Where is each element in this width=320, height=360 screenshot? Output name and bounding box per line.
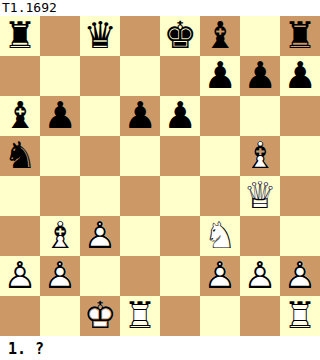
piece-white-pawn-fill: ♟ [280, 256, 320, 296]
move-prompt: 1. ? [0, 336, 320, 360]
piece-black-rook: ♜ [280, 16, 320, 56]
square-g3[interactable] [240, 216, 280, 256]
piece-white-knight-fill: ♞ [200, 216, 240, 256]
square-a8[interactable]: ♜ [0, 16, 40, 56]
square-d3[interactable] [120, 216, 160, 256]
square-h7[interactable]: ♟ [280, 56, 320, 96]
piece-white-pawn-fill: ♟ [200, 256, 240, 296]
piece-white-pawn-fill: ♟ [0, 256, 40, 296]
piece-black-rook: ♜ [0, 16, 40, 56]
square-d1[interactable]: ♜♖ [120, 296, 160, 336]
square-h6[interactable] [280, 96, 320, 136]
piece-white-pawn-fill: ♟ [40, 256, 80, 296]
square-h3[interactable] [280, 216, 320, 256]
square-c1[interactable]: ♚♔ [80, 296, 120, 336]
square-c6[interactable] [80, 96, 120, 136]
piece-black-bishop: ♝ [0, 96, 40, 136]
square-e7[interactable] [160, 56, 200, 96]
piece-white-rook-fill: ♜ [280, 296, 320, 336]
square-f7[interactable]: ♟ [200, 56, 240, 96]
square-d7[interactable] [120, 56, 160, 96]
square-f3[interactable]: ♞♘ [200, 216, 240, 256]
chess-app-window: T1.1692 ♜♛♚♝♜♟♟♟♝♟♟♟♞♝♗♛♕♝♗♟♙♞♘♟♙♟♙♟♙♟♙♟… [0, 0, 320, 360]
piece-white-rook: ♖ [120, 296, 160, 336]
piece-black-pawn: ♟ [200, 56, 240, 96]
square-a5[interactable]: ♞ [0, 136, 40, 176]
square-f6[interactable] [200, 96, 240, 136]
square-h5[interactable] [280, 136, 320, 176]
square-f5[interactable] [200, 136, 240, 176]
square-e8[interactable]: ♚ [160, 16, 200, 56]
square-b3[interactable]: ♝♗ [40, 216, 80, 256]
square-b6[interactable]: ♟ [40, 96, 80, 136]
square-f2[interactable]: ♟♙ [200, 256, 240, 296]
piece-white-bishop: ♗ [240, 136, 280, 176]
square-b4[interactable] [40, 176, 80, 216]
square-g6[interactable] [240, 96, 280, 136]
square-g2[interactable]: ♟♙ [240, 256, 280, 296]
square-b7[interactable] [40, 56, 80, 96]
square-e2[interactable] [160, 256, 200, 296]
piece-black-pawn: ♟ [280, 56, 320, 96]
square-e5[interactable] [160, 136, 200, 176]
piece-black-queen: ♛ [80, 16, 120, 56]
square-a6[interactable]: ♝ [0, 96, 40, 136]
piece-white-pawn: ♙ [40, 256, 80, 296]
square-g4[interactable]: ♛♕ [240, 176, 280, 216]
puzzle-title: T1.1692 [0, 0, 320, 16]
square-g1[interactable] [240, 296, 280, 336]
piece-white-king: ♔ [80, 296, 120, 336]
piece-white-pawn: ♙ [80, 216, 120, 256]
piece-black-pawn: ♟ [160, 96, 200, 136]
square-d2[interactable] [120, 256, 160, 296]
square-a4[interactable] [0, 176, 40, 216]
square-c5[interactable] [80, 136, 120, 176]
square-g7[interactable]: ♟ [240, 56, 280, 96]
piece-white-bishop: ♗ [40, 216, 80, 256]
square-h2[interactable]: ♟♙ [280, 256, 320, 296]
square-e4[interactable] [160, 176, 200, 216]
square-d5[interactable] [120, 136, 160, 176]
square-h8[interactable]: ♜ [280, 16, 320, 56]
piece-black-pawn: ♟ [120, 96, 160, 136]
piece-white-pawn-fill: ♟ [80, 216, 120, 256]
piece-white-rook: ♖ [280, 296, 320, 336]
piece-white-queen: ♕ [240, 176, 280, 216]
piece-black-knight: ♞ [0, 136, 40, 176]
square-c2[interactable] [80, 256, 120, 296]
square-b5[interactable] [40, 136, 80, 176]
piece-black-pawn: ♟ [240, 56, 280, 96]
square-a3[interactable] [0, 216, 40, 256]
square-c3[interactable]: ♟♙ [80, 216, 120, 256]
square-f4[interactable] [200, 176, 240, 216]
square-d4[interactable] [120, 176, 160, 216]
piece-white-rook-fill: ♜ [120, 296, 160, 336]
square-a7[interactable] [0, 56, 40, 96]
square-g5[interactable]: ♝♗ [240, 136, 280, 176]
piece-white-pawn: ♙ [280, 256, 320, 296]
square-a2[interactable]: ♟♙ [0, 256, 40, 296]
square-e3[interactable] [160, 216, 200, 256]
piece-white-knight: ♘ [200, 216, 240, 256]
square-c8[interactable]: ♛ [80, 16, 120, 56]
square-b1[interactable] [40, 296, 80, 336]
piece-white-bishop-fill: ♝ [40, 216, 80, 256]
square-b2[interactable]: ♟♙ [40, 256, 80, 296]
square-h1[interactable]: ♜♖ [280, 296, 320, 336]
chess-board: ♜♛♚♝♜♟♟♟♝♟♟♟♞♝♗♛♕♝♗♟♙♞♘♟♙♟♙♟♙♟♙♟♙♚♔♜♖♜♖ [0, 16, 320, 336]
piece-black-bishop: ♝ [200, 16, 240, 56]
piece-white-bishop-fill: ♝ [240, 136, 280, 176]
square-f1[interactable] [200, 296, 240, 336]
square-c7[interactable] [80, 56, 120, 96]
piece-white-king-fill: ♚ [80, 296, 120, 336]
square-d6[interactable]: ♟ [120, 96, 160, 136]
square-b8[interactable] [40, 16, 80, 56]
piece-white-pawn-fill: ♟ [240, 256, 280, 296]
piece-black-pawn: ♟ [40, 96, 80, 136]
square-f8[interactable]: ♝ [200, 16, 240, 56]
square-e6[interactable]: ♟ [160, 96, 200, 136]
square-a1[interactable] [0, 296, 40, 336]
square-h4[interactable] [280, 176, 320, 216]
square-g8[interactable] [240, 16, 280, 56]
piece-black-king: ♚ [160, 16, 200, 56]
square-c4[interactable] [80, 176, 120, 216]
square-d8[interactable] [120, 16, 160, 56]
piece-white-pawn: ♙ [240, 256, 280, 296]
square-e1[interactable] [160, 296, 200, 336]
piece-white-queen-fill: ♛ [240, 176, 280, 216]
piece-white-pawn: ♙ [0, 256, 40, 296]
piece-white-pawn: ♙ [200, 256, 240, 296]
